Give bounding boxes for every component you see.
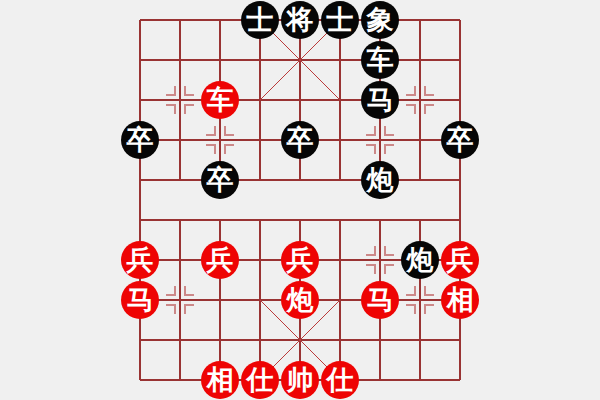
piece-black-cannon[interactable]: 炮: [361, 161, 399, 199]
piece-black-pawn[interactable]: 卒: [201, 161, 239, 199]
xiangqi-board[interactable]: 士将士象车车马卒卒卒卒炮兵兵兵炮兵马炮马相相仕帅仕: [0, 0, 600, 400]
piece-black-chariot[interactable]: 车: [361, 41, 399, 79]
piece-black-elephant[interactable]: 象: [361, 1, 399, 39]
piece-red-general[interactable]: 帅: [281, 361, 319, 399]
piece-red-chariot[interactable]: 车: [201, 81, 239, 119]
piece-red-horse[interactable]: 马: [361, 281, 399, 319]
piece-red-pawn[interactable]: 兵: [201, 241, 239, 279]
piece-black-pawn[interactable]: 卒: [281, 121, 319, 159]
piece-black-advisor[interactable]: 士: [241, 1, 279, 39]
piece-red-horse[interactable]: 马: [121, 281, 159, 319]
piece-red-pawn[interactable]: 兵: [121, 241, 159, 279]
piece-red-elephant[interactable]: 相: [441, 281, 479, 319]
piece-red-elephant[interactable]: 相: [201, 361, 239, 399]
piece-black-pawn[interactable]: 卒: [441, 121, 479, 159]
piece-black-advisor[interactable]: 士: [321, 1, 359, 39]
piece-black-horse[interactable]: 马: [361, 81, 399, 119]
piece-red-pawn[interactable]: 兵: [281, 241, 319, 279]
piece-red-cannon[interactable]: 炮: [281, 281, 319, 319]
piece-black-general[interactable]: 将: [281, 1, 319, 39]
piece-black-pawn[interactable]: 卒: [121, 121, 159, 159]
piece-red-pawn[interactable]: 兵: [441, 241, 479, 279]
piece-red-advisor[interactable]: 仕: [321, 361, 359, 399]
xiangqi-app: 士将士象车车马卒卒卒卒炮兵兵兵炮兵马炮马相相仕帅仕: [0, 0, 600, 400]
piece-red-advisor[interactable]: 仕: [241, 361, 279, 399]
piece-black-cannon[interactable]: 炮: [401, 241, 439, 279]
